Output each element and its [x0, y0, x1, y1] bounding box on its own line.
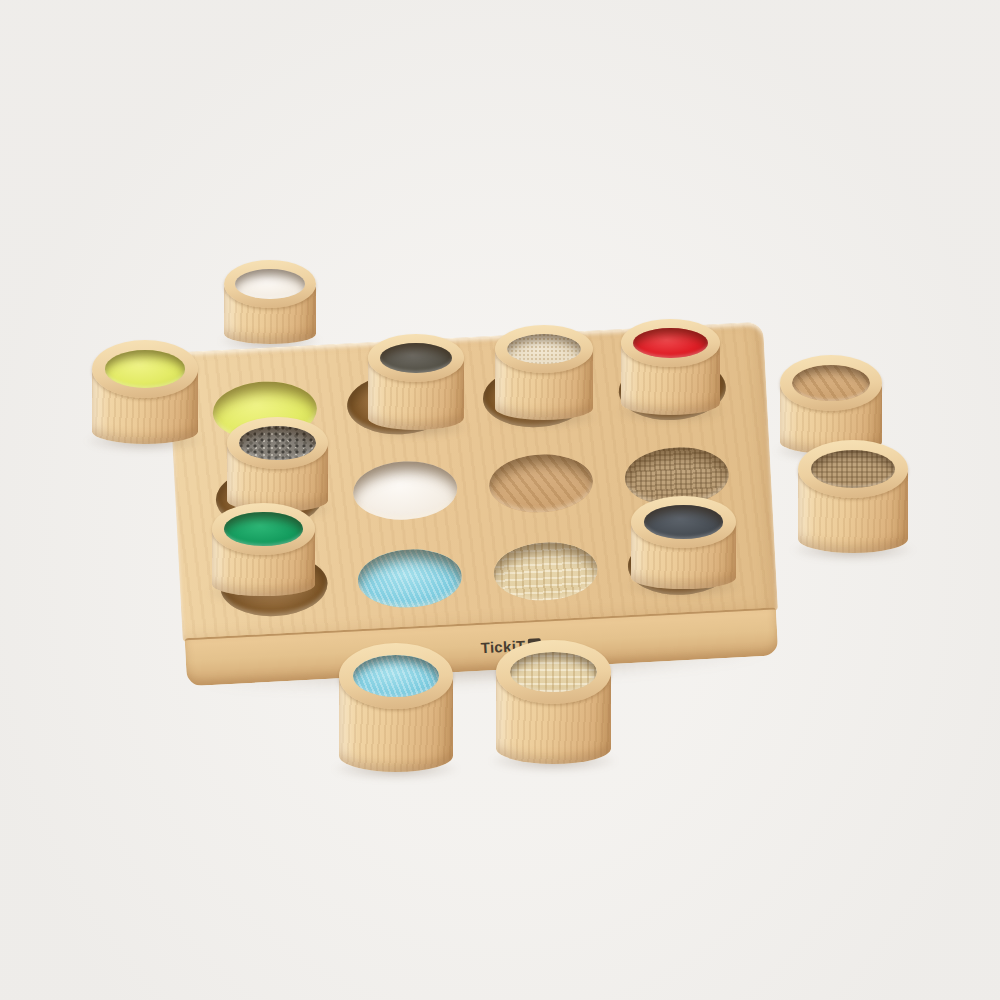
board-cell-r3c3	[475, 524, 615, 619]
board-cell-r2c2	[335, 444, 475, 539]
cup-insert-grey-granite	[239, 426, 316, 459]
cup-red-felt[interactable]	[621, 319, 720, 415]
cup-slate-smooth[interactable]	[631, 496, 736, 589]
cup-insert-hessian	[811, 450, 895, 487]
cup-insert-yellow-smooth	[105, 350, 186, 387]
cup-grey-granite[interactable]	[227, 417, 328, 512]
recess-plain-wood[interactable]	[488, 452, 595, 515]
cup-hessian[interactable]	[798, 440, 908, 553]
board-cell-r3c2	[340, 531, 480, 626]
cup-cream-raffia[interactable]	[496, 640, 611, 764]
cup-insert-blue-fleece	[353, 655, 440, 697]
cup-dark-grey-felt[interactable]	[368, 334, 464, 430]
recess-white-fleece[interactable]	[352, 459, 459, 522]
cup-yellow-smooth[interactable]	[92, 340, 198, 444]
cup-cream-sand[interactable]	[495, 325, 593, 420]
scene: TickiT ✓	[0, 0, 1000, 1000]
cup-green-smooth[interactable]	[212, 503, 315, 596]
cup-insert-cream-raffia	[510, 652, 597, 693]
cup-white-fleece[interactable]	[224, 260, 316, 344]
cup-insert-slate-smooth	[644, 505, 724, 538]
cup-blue-fleece[interactable]	[339, 643, 453, 772]
recess-blue-fleece[interactable]	[356, 547, 463, 610]
cup-insert-white-fleece	[235, 269, 305, 300]
recess-cream-raffia[interactable]	[492, 540, 599, 603]
cup-insert-plain-wood	[792, 365, 870, 401]
cup-insert-red-felt	[633, 328, 708, 359]
cup-insert-green-smooth	[224, 512, 302, 545]
board-cell-r2c3	[471, 437, 611, 532]
